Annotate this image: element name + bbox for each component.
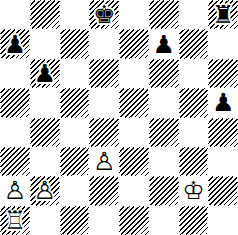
square-c3[interactable] [60,147,90,176]
white-king: ♚♔ [179,176,209,205]
square-g6[interactable] [179,59,209,88]
piece-glyph: ♟ [208,88,238,117]
piece-glyph: ♟ [0,29,30,58]
square-h7[interactable] [208,29,238,58]
square-c8[interactable] [60,0,90,29]
square-e7[interactable] [119,29,149,58]
square-f3[interactable] [149,147,179,176]
piece-glyph: ♟ [30,59,60,88]
square-b6[interactable]: ♟♟ [30,59,60,88]
square-f2[interactable] [149,176,179,205]
piece-glyph: ♙ [30,176,60,205]
square-e6[interactable] [119,59,149,88]
piece-glyph: ♙ [89,147,119,176]
square-b7[interactable] [30,29,60,58]
square-g4[interactable] [179,118,209,147]
square-c7[interactable] [60,29,90,58]
black-pawn: ♟♟ [149,29,179,58]
square-a7[interactable]: ♟♟ [0,29,30,58]
square-f8[interactable] [149,0,179,29]
square-f4[interactable] [149,118,179,147]
square-h2[interactable] [208,176,238,205]
square-d1[interactable] [89,206,119,235]
white-rook: ♜♖ [0,206,30,235]
square-b2[interactable]: ♟♙ [30,176,60,205]
square-e8[interactable] [119,0,149,29]
piece-glyph: ♖ [0,206,30,235]
black-pawn: ♟♟ [208,88,238,117]
square-a2[interactable]: ♟♙ [0,176,30,205]
square-b8[interactable] [30,0,60,29]
chess-board: ♚♚♜♜♟♟♟♟♟♟♟♟♟♙♟♙♟♙♚♔♜♖ [0,0,238,235]
square-d3[interactable]: ♟♙ [89,147,119,176]
square-g3[interactable] [179,147,209,176]
square-e3[interactable] [119,147,149,176]
black-rook: ♜♜ [208,0,238,29]
square-e1[interactable] [119,206,149,235]
black-pawn: ♟♟ [0,29,30,58]
square-a5[interactable] [0,88,30,117]
square-c1[interactable] [60,206,90,235]
square-g7[interactable] [179,29,209,58]
square-b4[interactable] [30,118,60,147]
square-b1[interactable] [30,206,60,235]
square-h8[interactable]: ♜♜ [208,0,238,29]
square-f6[interactable] [149,59,179,88]
square-f5[interactable] [149,88,179,117]
square-d6[interactable] [89,59,119,88]
white-pawn: ♟♙ [30,176,60,205]
piece-glyph: ♚ [89,0,119,29]
piece-glyph: ♟ [149,29,179,58]
square-d7[interactable] [89,29,119,58]
square-g5[interactable] [179,88,209,117]
square-c2[interactable] [60,176,90,205]
square-a6[interactable] [0,59,30,88]
chess-diagram: ♚♚♜♜♟♟♟♟♟♟♟♟♟♙♟♙♟♙♚♔♜♖ [0,0,238,235]
square-f7[interactable]: ♟♟ [149,29,179,58]
square-d8[interactable]: ♚♚ [89,0,119,29]
square-g8[interactable] [179,0,209,29]
piece-glyph: ♜ [208,0,238,29]
square-c6[interactable] [60,59,90,88]
square-a3[interactable] [0,147,30,176]
square-h5[interactable]: ♟♟ [208,88,238,117]
square-f1[interactable] [149,206,179,235]
white-pawn: ♟♙ [0,176,30,205]
square-c4[interactable] [60,118,90,147]
square-h4[interactable] [208,118,238,147]
square-g1[interactable] [179,206,209,235]
square-d2[interactable] [89,176,119,205]
square-d4[interactable] [89,118,119,147]
square-b5[interactable] [30,88,60,117]
piece-glyph: ♙ [0,176,30,205]
square-h3[interactable] [208,147,238,176]
black-pawn: ♟♟ [30,59,60,88]
piece-glyph: ♔ [179,176,209,205]
square-g2[interactable]: ♚♔ [179,176,209,205]
square-c5[interactable] [60,88,90,117]
white-pawn: ♟♙ [89,147,119,176]
square-d5[interactable] [89,88,119,117]
square-h1[interactable] [208,206,238,235]
square-e4[interactable] [119,118,149,147]
square-h6[interactable] [208,59,238,88]
square-a8[interactable] [0,0,30,29]
square-b3[interactable] [30,147,60,176]
square-a4[interactable] [0,118,30,147]
square-e5[interactable] [119,88,149,117]
square-a1[interactable]: ♜♖ [0,206,30,235]
black-king: ♚♚ [89,0,119,29]
square-e2[interactable] [119,176,149,205]
